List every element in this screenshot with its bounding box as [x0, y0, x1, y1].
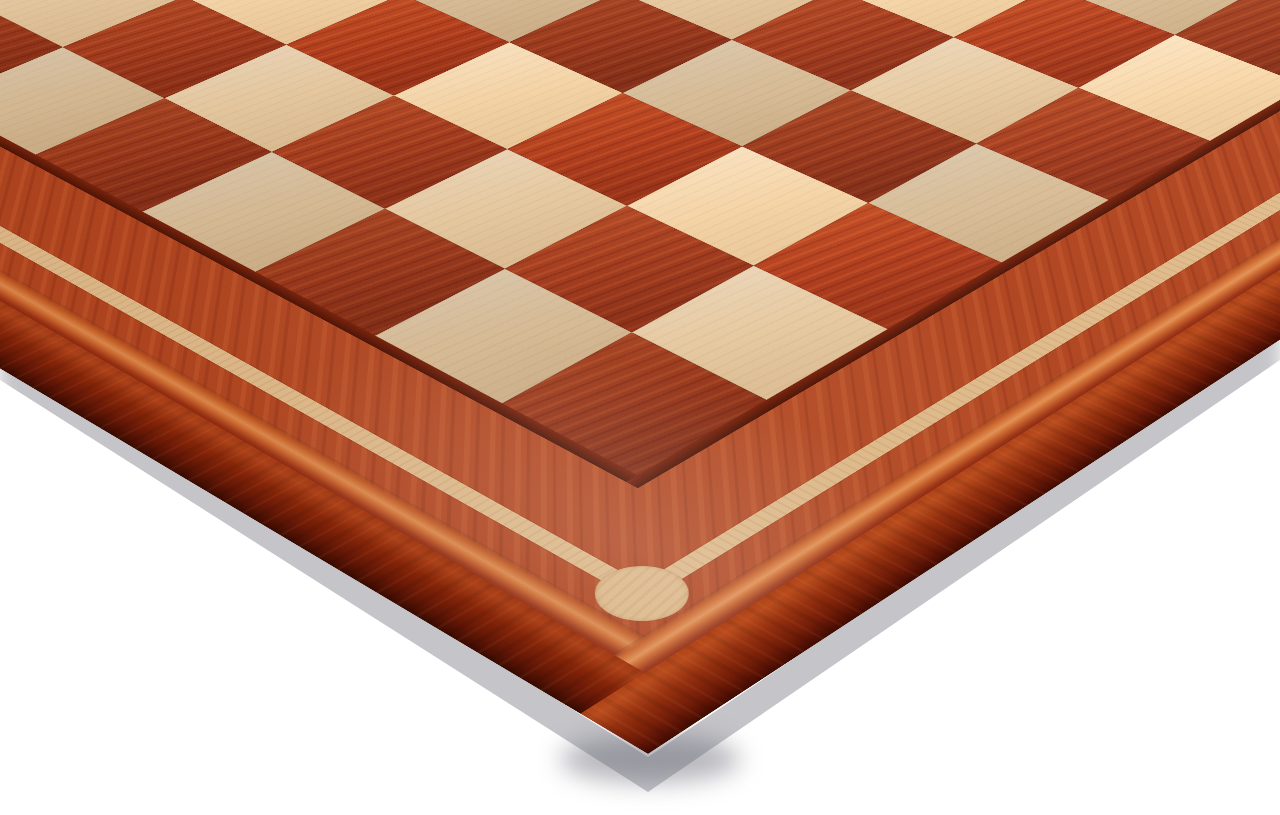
chess-board	[0, 0, 1280, 754]
board-frame	[0, 0, 1280, 673]
scene	[0, 0, 1280, 815]
board-photo	[0, 0, 1280, 815]
